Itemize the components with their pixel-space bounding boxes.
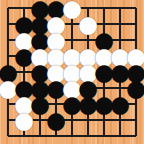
intersection[interactable] xyxy=(112,128,128,144)
intersection[interactable] xyxy=(112,112,128,128)
intersection[interactable]: ● xyxy=(128,64,144,80)
intersection[interactable]: ● xyxy=(16,112,32,128)
intersection[interactable] xyxy=(112,80,128,96)
intersection[interactable]: ● xyxy=(0,80,16,96)
intersection[interactable] xyxy=(64,128,80,144)
intersection[interactable] xyxy=(112,16,128,32)
intersection[interactable] xyxy=(64,112,80,128)
intersection[interactable] xyxy=(16,128,32,144)
intersection[interactable] xyxy=(0,32,16,48)
intersection[interactable]: ● xyxy=(16,32,32,48)
intersection[interactable]: ● xyxy=(16,48,32,64)
intersection[interactable]: ● xyxy=(48,16,64,32)
intersection[interactable] xyxy=(32,112,48,128)
intersection[interactable]: ● xyxy=(48,48,64,64)
intersection[interactable] xyxy=(0,0,16,16)
intersection[interactable]: ● xyxy=(64,96,80,112)
intersection[interactable] xyxy=(96,128,112,144)
intersection[interactable] xyxy=(96,0,112,16)
intersection[interactable]: ● xyxy=(112,48,128,64)
intersection[interactable]: ● xyxy=(0,64,16,80)
go-board: ●●●●●●●●●●●●●●●●●●●●●●●●●●●●●●●●●●●●●●●●… xyxy=(0,0,144,144)
intersection[interactable]: ● xyxy=(32,80,48,96)
intersection[interactable] xyxy=(96,16,112,32)
intersection[interactable]: ● xyxy=(80,80,96,96)
intersection[interactable]: ● xyxy=(32,64,48,80)
intersection[interactable]: ● xyxy=(128,48,144,64)
intersection[interactable]: ● xyxy=(80,48,96,64)
intersection[interactable]: ● xyxy=(32,0,48,16)
intersection[interactable]: ● xyxy=(16,80,32,96)
intersection[interactable]: ● xyxy=(80,16,96,32)
intersection[interactable]: ● xyxy=(128,80,144,96)
intersection[interactable] xyxy=(128,112,144,128)
intersection[interactable] xyxy=(80,32,96,48)
intersection[interactable] xyxy=(0,112,16,128)
intersection[interactable]: ● xyxy=(48,32,64,48)
intersection[interactable] xyxy=(0,96,16,112)
intersection[interactable] xyxy=(128,96,144,112)
intersection[interactable]: ● xyxy=(64,80,80,96)
intersection[interactable] xyxy=(96,112,112,128)
intersection[interactable] xyxy=(112,0,128,16)
intersection[interactable] xyxy=(128,128,144,144)
intersection[interactable]: ● xyxy=(32,96,48,112)
intersection[interactable] xyxy=(80,112,96,128)
black-stone: ● xyxy=(126,80,144,96)
intersection[interactable] xyxy=(64,32,80,48)
intersection[interactable]: ● xyxy=(32,16,48,32)
white-stone: ● xyxy=(126,48,144,64)
intersection[interactable]: ● xyxy=(48,112,64,128)
intersection[interactable] xyxy=(16,0,32,16)
intersection[interactable]: ● xyxy=(112,64,128,80)
intersection[interactable] xyxy=(64,16,80,32)
intersection[interactable] xyxy=(16,64,32,80)
intersection[interactable]: ● xyxy=(48,64,64,80)
intersection[interactable]: ● xyxy=(64,64,80,80)
intersection[interactable] xyxy=(0,48,16,64)
intersection[interactable]: ● xyxy=(96,64,112,80)
intersection[interactable]: ● xyxy=(48,80,64,96)
intersection[interactable] xyxy=(128,0,144,16)
intersection[interactable]: ● xyxy=(96,32,112,48)
intersection[interactable]: ● xyxy=(80,96,96,112)
intersection[interactable] xyxy=(96,80,112,96)
intersection[interactable]: ● xyxy=(16,16,32,32)
intersection[interactable]: ● xyxy=(48,0,64,16)
intersection[interactable]: ● xyxy=(32,32,48,48)
intersection[interactable]: ● xyxy=(96,96,112,112)
intersection[interactable] xyxy=(48,96,64,112)
intersection[interactable]: ● xyxy=(80,64,96,80)
intersection[interactable] xyxy=(48,128,64,144)
black-stone: ● xyxy=(126,64,144,80)
intersection[interactable] xyxy=(128,32,144,48)
intersection[interactable] xyxy=(0,128,16,144)
intersection[interactable] xyxy=(112,32,128,48)
intersection[interactable]: ● xyxy=(112,96,128,112)
intersection[interactable]: ● xyxy=(96,48,112,64)
intersection[interactable]: ● xyxy=(16,96,32,112)
intersection[interactable]: ● xyxy=(64,48,80,64)
board-grid: ●●●●●●●●●●●●●●●●●●●●●●●●●●●●●●●●●●●●●●●●… xyxy=(0,0,144,144)
intersection[interactable] xyxy=(80,128,96,144)
intersection[interactable] xyxy=(80,0,96,16)
intersection[interactable] xyxy=(128,16,144,32)
intersection[interactable]: ● xyxy=(64,0,80,16)
intersection[interactable] xyxy=(32,128,48,144)
intersection[interactable]: ● xyxy=(32,48,48,64)
intersection[interactable] xyxy=(0,16,16,32)
